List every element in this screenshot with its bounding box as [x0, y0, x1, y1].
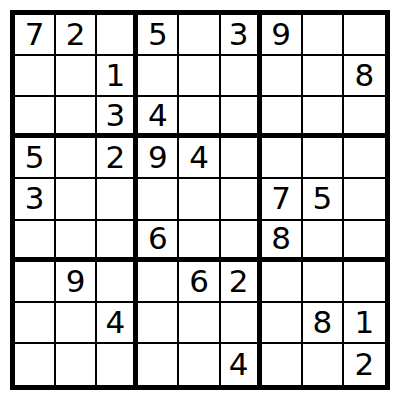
cell-r7c7[interactable] — [262, 262, 303, 303]
cell-r4c6[interactable] — [221, 138, 262, 179]
cell-r5c5[interactable] — [179, 179, 220, 220]
sudoku-page: 72539183452943756896248142 — [0, 0, 400, 400]
cell-r6c6[interactable] — [221, 221, 262, 262]
given-digit-r5c7[interactable]: 7 — [262, 179, 303, 220]
cell-r3c5[interactable] — [179, 97, 220, 138]
given-digit-r8c3[interactable]: 4 — [97, 303, 138, 344]
cell-r1c8[interactable] — [303, 15, 344, 56]
cell-r7c1[interactable] — [15, 262, 56, 303]
cell-r9c7[interactable] — [262, 344, 303, 385]
given-digit-r7c5[interactable]: 6 — [179, 262, 220, 303]
cell-r8c5[interactable] — [179, 303, 220, 344]
cell-r5c2[interactable] — [56, 179, 97, 220]
cell-r9c4[interactable] — [138, 344, 179, 385]
given-digit-r1c7[interactable]: 9 — [262, 15, 303, 56]
given-digit-r1c2[interactable]: 2 — [56, 15, 97, 56]
given-digit-r4c5[interactable]: 4 — [179, 138, 220, 179]
cell-r2c4[interactable] — [138, 56, 179, 97]
given-digit-r1c1[interactable]: 7 — [15, 15, 56, 56]
cell-r6c1[interactable] — [15, 221, 56, 262]
cell-r4c7[interactable] — [262, 138, 303, 179]
cell-r9c3[interactable] — [97, 344, 138, 385]
given-digit-r9c9[interactable]: 2 — [344, 344, 385, 385]
cell-r6c5[interactable] — [179, 221, 220, 262]
cell-r3c1[interactable] — [15, 97, 56, 138]
cell-r7c8[interactable] — [303, 262, 344, 303]
cell-r8c6[interactable] — [221, 303, 262, 344]
cell-r3c6[interactable] — [221, 97, 262, 138]
cell-r1c3[interactable] — [97, 15, 138, 56]
given-digit-r3c3[interactable]: 3 — [97, 97, 138, 138]
given-digit-r3c4[interactable]: 4 — [138, 97, 179, 138]
cell-r3c9[interactable] — [344, 97, 385, 138]
cell-r3c2[interactable] — [56, 97, 97, 138]
cell-r2c2[interactable] — [56, 56, 97, 97]
cell-r6c9[interactable] — [344, 221, 385, 262]
cell-r5c6[interactable] — [221, 179, 262, 220]
given-digit-r6c4[interactable]: 6 — [138, 221, 179, 262]
given-digit-r4c1[interactable]: 5 — [15, 138, 56, 179]
cell-r9c1[interactable] — [15, 344, 56, 385]
cell-r8c1[interactable] — [15, 303, 56, 344]
cell-r1c9[interactable] — [344, 15, 385, 56]
cell-r4c8[interactable] — [303, 138, 344, 179]
cell-r9c8[interactable] — [303, 344, 344, 385]
cell-r2c7[interactable] — [262, 56, 303, 97]
given-digit-r9c6[interactable]: 4 — [221, 344, 262, 385]
cell-r2c8[interactable] — [303, 56, 344, 97]
given-digit-r4c4[interactable]: 9 — [138, 138, 179, 179]
cell-r1c5[interactable] — [179, 15, 220, 56]
given-digit-r1c6[interactable]: 3 — [221, 15, 262, 56]
cell-r2c5[interactable] — [179, 56, 220, 97]
cell-r7c4[interactable] — [138, 262, 179, 303]
cell-r9c5[interactable] — [179, 344, 220, 385]
cell-r6c3[interactable] — [97, 221, 138, 262]
given-digit-r8c8[interactable]: 8 — [303, 303, 344, 344]
cell-r9c2[interactable] — [56, 344, 97, 385]
given-digit-r2c3[interactable]: 1 — [97, 56, 138, 97]
cell-r8c4[interactable] — [138, 303, 179, 344]
given-digit-r7c6[interactable]: 2 — [221, 262, 262, 303]
given-digit-r6c7[interactable]: 8 — [262, 221, 303, 262]
cell-r7c3[interactable] — [97, 262, 138, 303]
cell-r6c8[interactable] — [303, 221, 344, 262]
given-digit-r1c4[interactable]: 5 — [138, 15, 179, 56]
cell-r5c4[interactable] — [138, 179, 179, 220]
sudoku-board: 72539183452943756896248142 — [10, 10, 390, 390]
cell-r3c8[interactable] — [303, 97, 344, 138]
given-digit-r4c3[interactable]: 2 — [97, 138, 138, 179]
cell-r8c2[interactable] — [56, 303, 97, 344]
cell-r7c9[interactable] — [344, 262, 385, 303]
cell-r2c6[interactable] — [221, 56, 262, 97]
given-digit-r8c9[interactable]: 1 — [344, 303, 385, 344]
cell-r2c1[interactable] — [15, 56, 56, 97]
cell-r5c9[interactable] — [344, 179, 385, 220]
given-digit-r5c8[interactable]: 5 — [303, 179, 344, 220]
cell-r6c2[interactable] — [56, 221, 97, 262]
cell-r3c7[interactable] — [262, 97, 303, 138]
cell-r8c7[interactable] — [262, 303, 303, 344]
given-digit-r2c9[interactable]: 8 — [344, 56, 385, 97]
given-digit-r7c2[interactable]: 9 — [56, 262, 97, 303]
given-digit-r5c1[interactable]: 3 — [15, 179, 56, 220]
cell-r4c2[interactable] — [56, 138, 97, 179]
cell-r4c9[interactable] — [344, 138, 385, 179]
cell-r5c3[interactable] — [97, 179, 138, 220]
